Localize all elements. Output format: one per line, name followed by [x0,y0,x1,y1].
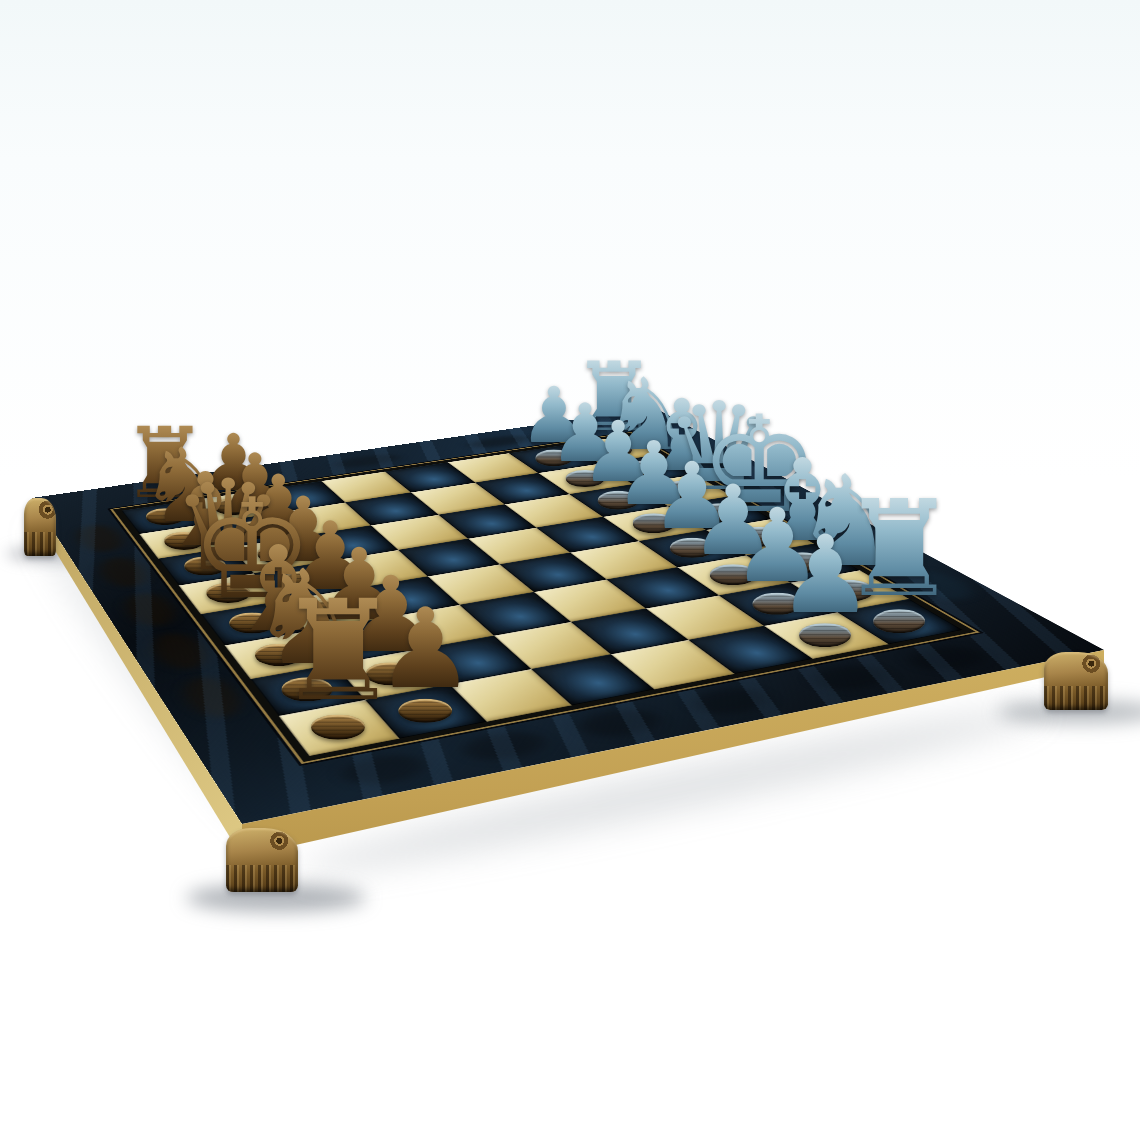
ionic-capital-foot-west [24,498,56,556]
ionic-capital-foot-south [226,828,298,892]
ionic-capital-foot-east [1044,652,1108,710]
product-photo-scene: ♜♞♝♛♚♝♞♜♟♟♟♟♟♟♟♟♟♟♟♟♟♟♟♟♜♞♝♛♚♝♞♜ [0,0,1140,1140]
chess-board-top-face [32,408,1104,824]
